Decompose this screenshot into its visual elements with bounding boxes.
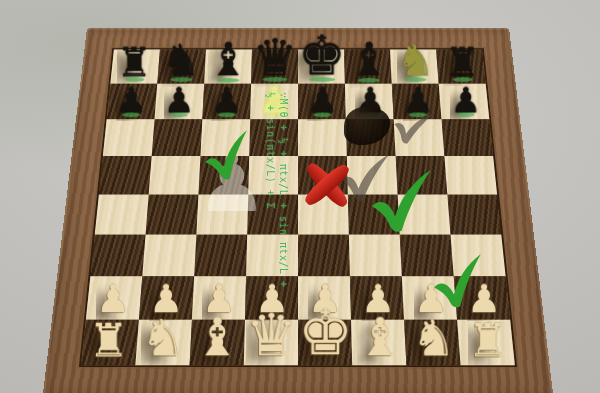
square-c2: ♟ [192,276,246,320]
square-f7: ♟ [345,84,394,119]
square-a5 [99,156,152,194]
square-h3 [450,235,505,277]
white-p-e2: ♟ [307,280,341,317]
black-k-e8: ♚ [298,30,346,82]
square-b8: ♞ [157,50,206,84]
black-r-h8: ♜ [445,44,480,82]
watermark-line: ½ + sin(πtx/L) + Σ [264,92,277,288]
square-b7: ♟ [155,84,205,119]
black-p-a7: ♟ [115,84,146,117]
board-frame: ♜♞♝♛♚♝♞♜♟♟♟♟♟♟♟♟♟♟♟♟♟♟♟♟♜♞♝♛♚♝♞♜ [42,28,553,393]
square-b3 [142,235,196,277]
square-b4 [146,195,199,235]
square-h2: ♟ [454,276,510,320]
white-r-a1: ♜ [88,319,128,363]
white-b-c1: ♝ [194,313,240,363]
black-p-e7: ♟ [307,84,338,117]
square-a2: ♟ [86,276,142,320]
square-c4 [196,195,248,235]
square-e8: ♚ [298,50,345,84]
square-h1: ♜ [457,320,515,365]
square-f6 [346,119,396,156]
white-n-g1: ♞ [411,315,455,363]
square-d1: ♛ [244,320,298,365]
square-c7: ♟ [202,84,251,119]
square-c5 [198,156,249,194]
square-g5 [396,156,448,194]
chess-photo-diagram: ♜♞♝♛♚♝♞♜♟♟♟♟♟♟♟♟♟♟♟♟♟♟♟♟♜♞♝♛♚♝♞♜ ∵M(θ + … [0,0,600,393]
square-e4 [298,195,349,235]
square-d8: ♛ [251,50,298,84]
square-e7: ♟ [298,84,346,119]
square-b5 [149,156,201,194]
white-b-f1: ♝ [356,313,402,363]
square-a4 [95,195,149,235]
square-f2: ♟ [350,276,404,320]
square-b1: ♞ [135,320,192,365]
board: ♜♞♝♛♚♝♞♜♟♟♟♟♟♟♟♟♟♟♟♟♟♟♟♟♜♞♝♛♚♝♞♜ [81,50,515,366]
white-p-f2: ♟ [360,280,394,317]
square-f5 [347,156,398,194]
square-g7: ♟ [392,84,442,119]
white-p-b2: ♟ [148,280,182,317]
square-g3 [400,235,454,277]
square-g2: ♟ [402,276,457,320]
square-g6 [394,119,445,156]
square-h8: ♜ [436,50,486,84]
square-h4 [447,195,501,235]
black-b-c8: ♝ [208,39,248,82]
black-p-c7: ♟ [211,84,242,117]
black-r-a8: ♜ [116,44,151,82]
square-b6 [152,119,203,156]
black-q-d8: ♛ [252,33,296,81]
square-a7: ♟ [107,84,158,119]
white-p-c2: ♟ [201,280,235,317]
board-scene: ♜♞♝♛♚♝♞♜♟♟♟♟♟♟♟♟♟♟♟♟♟♟♟♟♜♞♝♛♚♝♞♜ [0,0,600,393]
square-e6 [298,119,347,156]
black-p-f7: ♟ [354,84,385,117]
watermark-formula: ∵M(θ + ½ + πtx/L + sin πtx/L +½ + sin(πt… [264,92,290,288]
square-e5 [298,156,348,194]
black-p-g7: ♟ [402,84,433,117]
square-h5 [444,156,497,194]
black-n-b8: ♞ [162,40,200,81]
black-p-h7: ♟ [450,84,481,117]
square-c6 [200,119,250,156]
square-c3 [194,235,247,277]
square-a1: ♜ [81,320,139,365]
square-g8: ♞ [390,50,439,84]
square-f8: ♝ [344,50,392,84]
white-p-g2: ♟ [413,280,447,317]
white-p-a2: ♟ [95,280,129,317]
square-e2: ♟ [298,276,351,320]
square-g4 [398,195,451,235]
watermark-line: ∵M(θ + ½ + πtx/L + sin πtx/L + [277,92,290,288]
square-g1: ♞ [404,320,461,365]
square-h7: ♟ [439,84,490,119]
black-p-b7: ♟ [163,84,194,117]
square-b2: ♟ [139,276,194,320]
square-c8: ♝ [204,50,252,84]
square-a6 [103,119,155,156]
square-f3 [349,235,402,277]
white-n-b1: ♞ [141,315,185,363]
square-f1: ♝ [351,320,406,365]
black-b-f8: ♝ [348,39,388,82]
square-h6 [441,119,493,156]
square-a3 [90,235,145,277]
square-e1: ♚ [298,320,352,365]
square-c1: ♝ [190,320,245,365]
square-e3 [298,235,350,277]
square-a8: ♜ [110,50,160,84]
olive-highlight-black-n-g8: ♞ [396,40,434,81]
white-r-h1: ♜ [467,319,507,363]
white-p-h2: ♟ [466,280,500,317]
square-f4 [348,195,400,235]
